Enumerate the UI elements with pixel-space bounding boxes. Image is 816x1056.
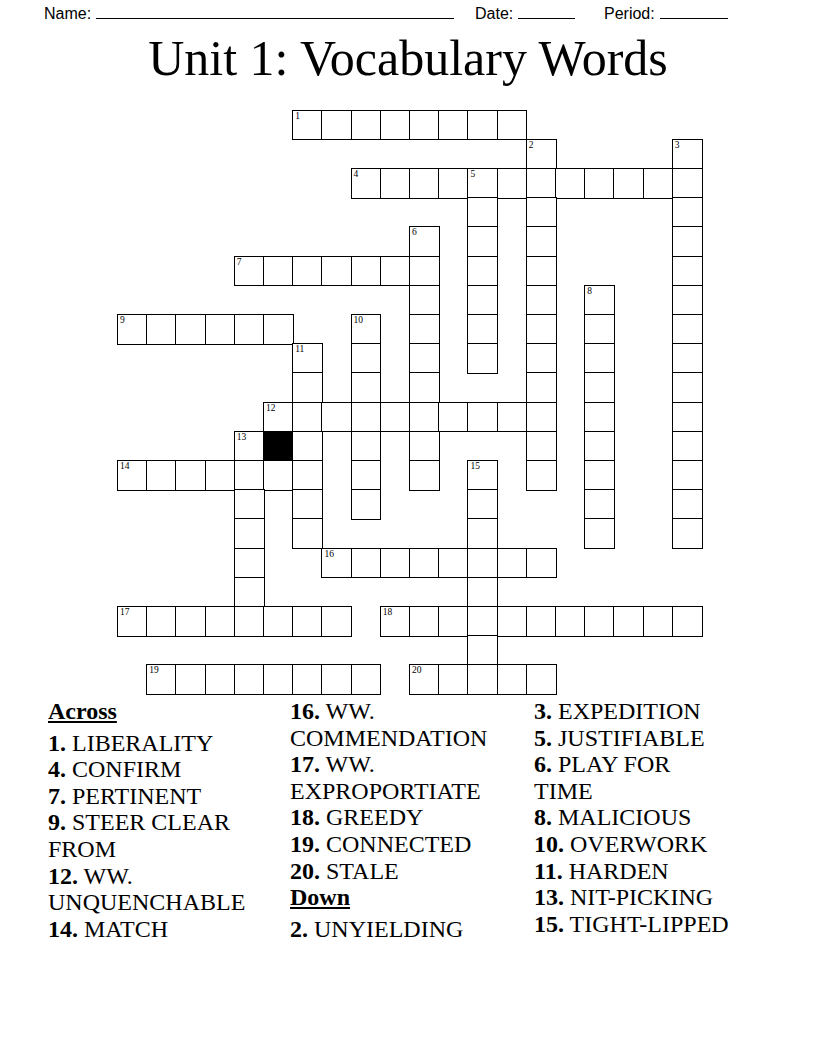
grid-cell[interactable] xyxy=(205,460,236,491)
grid-cell[interactable] xyxy=(321,402,352,433)
grid-cell[interactable] xyxy=(672,372,703,403)
cell-number: 3 xyxy=(675,140,680,150)
grid-cell[interactable] xyxy=(146,460,177,491)
grid-cell[interactable] xyxy=(438,606,469,637)
grid-cell[interactable] xyxy=(292,606,323,637)
header-row: Name: Date: Period: xyxy=(0,3,816,27)
grid-cell[interactable]: 1 xyxy=(292,110,323,141)
grid-cell[interactable] xyxy=(321,606,352,637)
page-title: Unit 1: Vocabulary Words xyxy=(0,33,816,83)
clue-number: 12. xyxy=(48,863,78,889)
grid-cell[interactable] xyxy=(292,664,323,695)
clue-number: 3. xyxy=(534,698,552,724)
clue-17: 17. WW. EXPROPORTIATE xyxy=(290,751,515,804)
grid-cell[interactable] xyxy=(351,664,382,695)
clue-number: 10. xyxy=(534,831,564,857)
grid-cell[interactable] xyxy=(234,548,265,579)
clue-number: 16. xyxy=(290,698,320,724)
clue-13: 13. NIT-PICKING xyxy=(534,884,734,911)
name-blank-line xyxy=(96,3,454,19)
clue-number: 9. xyxy=(48,809,66,835)
grid-cell[interactable] xyxy=(205,664,236,695)
clue-number: 7. xyxy=(48,783,66,809)
grid-cell[interactable] xyxy=(380,168,411,199)
grid-cell[interactable] xyxy=(672,460,703,491)
cell-number: 7 xyxy=(237,257,242,267)
clues-column-3: 3. EXPEDITION5. JUSTIFIABLE6. PLAY FOR T… xyxy=(534,698,734,937)
clue-number: 20. xyxy=(290,858,320,884)
grid-cell[interactable] xyxy=(380,402,411,433)
grid-cell[interactable] xyxy=(409,372,440,403)
grid-cell[interactable] xyxy=(292,431,323,462)
grid-cell[interactable] xyxy=(234,314,265,345)
grid-cell[interactable] xyxy=(263,606,294,637)
grid-cell[interactable] xyxy=(526,548,557,579)
grid-cell[interactable] xyxy=(672,489,703,520)
grid-cell[interactable] xyxy=(351,372,382,403)
grid-cell[interactable] xyxy=(467,548,498,579)
grid-cell[interactable] xyxy=(175,664,206,695)
date-field-group: Date: xyxy=(475,3,575,24)
grid-cell[interactable] xyxy=(467,197,498,228)
grid-cell[interactable] xyxy=(292,256,323,287)
clue-number: 2. xyxy=(290,916,308,942)
grid-cell[interactable] xyxy=(438,664,469,695)
clue-19: 19. CONNECTED xyxy=(290,831,515,858)
grid-cell[interactable] xyxy=(526,431,557,462)
grid-cell[interactable] xyxy=(497,110,528,141)
clue-number: 11. xyxy=(534,858,563,884)
grid-cell[interactable] xyxy=(234,460,265,491)
grid-cell[interactable] xyxy=(526,197,557,228)
cell-number: 20 xyxy=(412,665,422,675)
grid-cell[interactable] xyxy=(351,256,382,287)
grid-cell[interactable] xyxy=(672,606,703,637)
grid-cell[interactable] xyxy=(409,431,440,462)
cell-number: 8 xyxy=(587,286,592,296)
clue-number: 18. xyxy=(290,804,320,830)
grid-cell[interactable] xyxy=(497,402,528,433)
grid-cell[interactable] xyxy=(672,256,703,287)
grid-cell[interactable] xyxy=(497,664,528,695)
grid-cell[interactable]: 9 xyxy=(117,314,148,345)
cell-number: 9 xyxy=(120,315,125,325)
grid-cell[interactable] xyxy=(467,314,498,345)
grid-cell[interactable] xyxy=(672,285,703,316)
grid-cell[interactable]: 4 xyxy=(351,168,382,199)
clue-4: 4. CONFIRM xyxy=(48,756,273,783)
grid-cell[interactable] xyxy=(526,168,557,199)
cell-number: 6 xyxy=(412,227,417,237)
grid-cell[interactable] xyxy=(263,460,294,491)
grid-cell[interactable] xyxy=(672,343,703,374)
grid-cell[interactable]: 15 xyxy=(467,460,498,491)
clue-number: 14. xyxy=(48,916,78,942)
grid-cell[interactable] xyxy=(526,606,557,637)
grid-cell[interactable] xyxy=(146,606,177,637)
clue-15: 15. TIGHT-LIPPED xyxy=(534,911,734,938)
grid-cell[interactable] xyxy=(409,343,440,374)
grid-cell[interactable]: 3 xyxy=(672,139,703,170)
grid-cell[interactable] xyxy=(205,606,236,637)
period-label: Period: xyxy=(604,5,655,22)
date-blank-line xyxy=(518,3,575,19)
clue-16: 16. WW. COMMENDATION xyxy=(290,698,515,751)
clues-column-2: 16. WW. COMMENDATION17. WW. EXPROPORTIAT… xyxy=(290,698,515,942)
grid-cell[interactable] xyxy=(584,372,615,403)
clue-number: 6. xyxy=(534,751,552,777)
grid-cell[interactable] xyxy=(672,402,703,433)
cell-number: 1 xyxy=(295,111,300,121)
clue-7: 7. PERTINENT xyxy=(48,783,273,810)
grid-cell[interactable] xyxy=(526,460,557,491)
grid-cell[interactable] xyxy=(234,489,265,520)
across-heading: Across xyxy=(48,698,273,725)
clue-18: 18. GREEDY xyxy=(290,804,515,831)
grid-cell[interactable] xyxy=(526,402,557,433)
grid-cell[interactable] xyxy=(263,256,294,287)
grid-cell[interactable] xyxy=(263,314,294,345)
grid-cell[interactable]: 2 xyxy=(526,139,557,170)
grid-cell[interactable] xyxy=(438,110,469,141)
grid-cell[interactable] xyxy=(643,606,674,637)
grid-cell[interactable] xyxy=(175,460,206,491)
grid-cell[interactable]: 13 xyxy=(234,431,265,462)
grid-cell[interactable]: 6 xyxy=(409,226,440,257)
grid-cell[interactable] xyxy=(526,256,557,287)
grid-cell[interactable] xyxy=(672,314,703,345)
clue-1: 1. LIBERALITY xyxy=(48,730,273,757)
grid-cell[interactable] xyxy=(467,402,498,433)
clues-column-1: Across1. LIBERALITY4. CONFIRM7. PERTINEN… xyxy=(48,698,273,942)
black-cell xyxy=(263,431,294,462)
grid-cell[interactable]: 11 xyxy=(292,343,323,374)
grid-cell[interactable] xyxy=(467,343,498,374)
grid-cell[interactable] xyxy=(584,431,615,462)
grid-cell[interactable] xyxy=(409,548,440,579)
grid-cell[interactable] xyxy=(409,110,440,141)
grid-cell[interactable] xyxy=(321,110,352,141)
grid-cell[interactable] xyxy=(555,168,586,199)
cell-number: 4 xyxy=(354,169,359,179)
grid-cell[interactable] xyxy=(234,577,265,608)
grid-cell[interactable]: 5 xyxy=(467,168,498,199)
grid-cell[interactable] xyxy=(584,168,615,199)
grid-cell[interactable] xyxy=(409,402,440,433)
down-heading: Down xyxy=(290,884,515,911)
clue-6: 6. PLAY FOR TIME xyxy=(534,751,734,804)
grid-cell[interactable] xyxy=(292,460,323,491)
cell-number: 10 xyxy=(354,315,364,325)
grid-cell[interactable] xyxy=(409,285,440,316)
grid-cell[interactable] xyxy=(467,664,498,695)
clue-20: 20. STALE xyxy=(290,858,515,885)
grid-cell[interactable] xyxy=(497,548,528,579)
clue-number: 13. xyxy=(534,884,564,910)
grid-cell[interactable] xyxy=(175,606,206,637)
clue-12: 12. WW. UNQUENCHABLE xyxy=(48,863,273,916)
cell-number: 13 xyxy=(237,432,247,442)
clue-2: 2. UNYIELDING xyxy=(290,916,515,943)
grid-cell[interactable] xyxy=(380,110,411,141)
grid-cell[interactable] xyxy=(351,548,382,579)
grid-cell[interactable] xyxy=(292,372,323,403)
grid-cell[interactable] xyxy=(526,314,557,345)
cell-number: 16 xyxy=(324,549,334,559)
grid-cell[interactable]: 16 xyxy=(321,548,352,579)
grid-cell[interactable] xyxy=(467,577,498,608)
cell-number: 19 xyxy=(149,665,159,675)
grid-cell[interactable] xyxy=(438,402,469,433)
clue-10: 10. OVERWORK xyxy=(534,831,734,858)
grid-cell[interactable] xyxy=(497,168,528,199)
worksheet-page: Name: Date: Period: Unit 1: Vocabulary W… xyxy=(0,0,816,1056)
cell-number: 2 xyxy=(529,140,534,150)
grid-cell[interactable] xyxy=(555,606,586,637)
grid-cell[interactable] xyxy=(643,168,674,199)
grid-cell[interactable] xyxy=(672,226,703,257)
clue-number: 1. xyxy=(48,730,66,756)
grid-cell[interactable] xyxy=(672,197,703,228)
grid-cell[interactable] xyxy=(438,168,469,199)
grid-cell[interactable] xyxy=(584,606,615,637)
clue-11: 11. HARDEN xyxy=(534,858,734,885)
grid-cell[interactable] xyxy=(263,664,294,695)
crossword-grid: 1234567891011121314151617181920 xyxy=(117,110,703,696)
grid-cell[interactable] xyxy=(467,489,498,520)
grid-cell[interactable] xyxy=(351,460,382,491)
grid-cell[interactable] xyxy=(467,285,498,316)
grid-cell[interactable] xyxy=(234,606,265,637)
clue-number: 15. xyxy=(534,911,564,937)
cell-number: 17 xyxy=(120,607,130,617)
clue-3: 3. EXPEDITION xyxy=(534,698,734,725)
grid-cell[interactable] xyxy=(584,314,615,345)
grid-cell[interactable] xyxy=(292,518,323,549)
grid-cell[interactable] xyxy=(351,110,382,141)
cell-number: 11 xyxy=(295,344,304,354)
grid-cell[interactable] xyxy=(351,402,382,433)
grid-cell[interactable] xyxy=(467,226,498,257)
clue-number: 8. xyxy=(534,804,552,830)
grid-cell[interactable] xyxy=(526,372,557,403)
grid-cell[interactable]: 18 xyxy=(380,606,411,637)
grid-cell[interactable] xyxy=(467,518,498,549)
grid-cell[interactable] xyxy=(292,402,323,433)
grid-cell[interactable] xyxy=(613,606,644,637)
grid-cell[interactable] xyxy=(146,314,177,345)
period-blank-line xyxy=(660,3,728,19)
clue-5: 5. JUSTIFIABLE xyxy=(534,725,734,752)
cell-number: 12 xyxy=(266,403,276,413)
grid-cell[interactable] xyxy=(584,402,615,433)
grid-cell[interactable]: 14 xyxy=(117,460,148,491)
grid-cell[interactable] xyxy=(409,314,440,345)
grid-cell[interactable] xyxy=(205,314,236,345)
clue-number: 17. xyxy=(290,751,320,777)
clue-9: 9. STEER CLEAR FROM xyxy=(48,809,273,862)
grid-cell[interactable] xyxy=(234,664,265,695)
grid-cell[interactable]: 8 xyxy=(584,285,615,316)
clue-14: 14. MATCH xyxy=(48,916,273,943)
grid-cell[interactable]: 20 xyxy=(409,664,440,695)
clue-number: 4. xyxy=(48,756,66,782)
grid-cell[interactable] xyxy=(526,664,557,695)
clue-number: 5. xyxy=(534,725,552,751)
grid-cell[interactable] xyxy=(672,168,703,199)
grid-cell[interactable] xyxy=(175,314,206,345)
grid-cell[interactable] xyxy=(672,431,703,462)
grid-cell[interactable] xyxy=(467,635,498,666)
grid-cell[interactable] xyxy=(409,256,440,287)
grid-cell[interactable] xyxy=(467,606,498,637)
grid-cell[interactable] xyxy=(584,518,615,549)
grid-cell[interactable] xyxy=(672,518,703,549)
grid-cell[interactable] xyxy=(584,460,615,491)
grid-cell[interactable]: 19 xyxy=(146,664,177,695)
grid-cell[interactable] xyxy=(321,664,352,695)
grid-cell[interactable] xyxy=(497,606,528,637)
grid-cell[interactable]: 7 xyxy=(234,256,265,287)
grid-cell[interactable]: 10 xyxy=(351,314,382,345)
grid-cell[interactable] xyxy=(409,460,440,491)
cell-number: 5 xyxy=(470,169,475,179)
grid-cell[interactable] xyxy=(351,489,382,520)
grid-cell[interactable] xyxy=(409,606,440,637)
grid-cell[interactable] xyxy=(467,110,498,141)
grid-cell[interactable] xyxy=(234,518,265,549)
period-field-group: Period: xyxy=(604,3,728,24)
grid-cell[interactable] xyxy=(380,548,411,579)
date-label: Date: xyxy=(475,5,513,22)
grid-cell[interactable] xyxy=(584,489,615,520)
clue-number: 19. xyxy=(290,831,320,857)
grid-cell[interactable] xyxy=(613,168,644,199)
grid-cell[interactable]: 12 xyxy=(263,402,294,433)
grid-cell[interactable] xyxy=(321,256,352,287)
cell-number: 14 xyxy=(120,461,130,471)
grid-cell[interactable] xyxy=(584,343,615,374)
grid-cell[interactable] xyxy=(526,226,557,257)
grid-cell[interactable]: 17 xyxy=(117,606,148,637)
grid-cell[interactable] xyxy=(409,168,440,199)
grid-cell[interactable] xyxy=(292,489,323,520)
grid-cell[interactable] xyxy=(467,256,498,287)
grid-cell[interactable] xyxy=(351,343,382,374)
clue-8: 8. MALICIOUS xyxy=(534,804,734,831)
name-field-group: Name: xyxy=(44,3,454,24)
grid-cell[interactable] xyxy=(380,256,411,287)
grid-cell[interactable] xyxy=(526,343,557,374)
grid-cell[interactable] xyxy=(526,285,557,316)
cell-number: 18 xyxy=(383,607,393,617)
grid-cell[interactable] xyxy=(438,548,469,579)
name-label: Name: xyxy=(44,5,91,22)
grid-cell[interactable] xyxy=(351,431,382,462)
cell-number: 15 xyxy=(470,461,480,471)
